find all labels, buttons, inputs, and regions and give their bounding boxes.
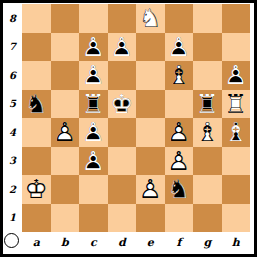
black-king: ♚ xyxy=(108,90,137,119)
white-knight: ♞ xyxy=(136,4,165,33)
square-a7[interactable] xyxy=(22,33,51,62)
black-king-outline: ♔ xyxy=(108,90,137,119)
square-c6[interactable]: ♟♙ xyxy=(79,61,108,90)
rank-label-6: 6 xyxy=(3,61,22,90)
black-pawn: ♟ xyxy=(79,118,108,147)
square-b4[interactable]: ♟♙ xyxy=(51,118,80,147)
white-bishop: ♝ xyxy=(165,61,194,90)
rank-label-2: 2 xyxy=(3,175,22,204)
square-h5[interactable]: ♜♖ xyxy=(222,90,251,119)
file-label-f: f xyxy=(165,232,194,252)
square-b6[interactable] xyxy=(51,61,80,90)
square-h2[interactable] xyxy=(222,175,251,204)
square-g3[interactable] xyxy=(193,147,222,176)
square-f3[interactable]: ♟♙ xyxy=(165,147,194,176)
square-h4[interactable]: ♝♗ xyxy=(222,118,251,147)
square-c2[interactable] xyxy=(79,175,108,204)
black-rook-outline: ♖ xyxy=(79,90,108,119)
square-b1[interactable] xyxy=(51,204,80,233)
black-bishop-outline: ♗ xyxy=(222,118,251,147)
square-d2[interactable] xyxy=(108,175,137,204)
file-label-d: d xyxy=(108,232,137,252)
square-g4[interactable]: ♝♗ xyxy=(193,118,222,147)
white-knight-outline: ♘ xyxy=(136,4,165,33)
square-h7[interactable] xyxy=(222,33,251,62)
square-b8[interactable] xyxy=(51,4,80,33)
file-label-e: e xyxy=(136,232,165,252)
file-label-b: b xyxy=(51,232,80,252)
file-labels: abcdefgh xyxy=(22,232,250,252)
black-rook: ♜ xyxy=(193,90,222,119)
white-pawn: ♟ xyxy=(165,118,194,147)
white-pawn-outline: ♙ xyxy=(51,118,80,147)
square-a3[interactable] xyxy=(22,147,51,176)
black-pawn: ♟ xyxy=(222,61,251,90)
square-c3[interactable]: ♟♙ xyxy=(79,147,108,176)
rank-label-7: 7 xyxy=(3,33,22,62)
white-pawn: ♟ xyxy=(136,175,165,204)
white-pawn: ♟ xyxy=(165,147,194,176)
file-label-g: g xyxy=(193,232,222,252)
square-f1[interactable] xyxy=(165,204,194,233)
square-h3[interactable] xyxy=(222,147,251,176)
white-pawn: ♟ xyxy=(51,118,80,147)
black-pawn: ♟ xyxy=(79,147,108,176)
white-bishop-outline: ♗ xyxy=(165,61,194,90)
black-knight-outline: ♘ xyxy=(22,90,51,119)
white-pawn-outline: ♙ xyxy=(165,147,194,176)
rank-label-8: 8 xyxy=(3,4,22,33)
file-label-c: c xyxy=(79,232,108,252)
square-c7[interactable]: ♟♙ xyxy=(79,33,108,62)
square-e6[interactable] xyxy=(136,61,165,90)
square-g6[interactable] xyxy=(193,61,222,90)
square-d4[interactable] xyxy=(108,118,137,147)
white-to-move-indicator xyxy=(4,233,19,248)
black-knight: ♞ xyxy=(22,90,51,119)
square-e5[interactable] xyxy=(136,90,165,119)
square-f4[interactable]: ♟♙ xyxy=(165,118,194,147)
black-pawn: ♟ xyxy=(79,33,108,62)
square-b5[interactable] xyxy=(51,90,80,119)
square-g7[interactable] xyxy=(193,33,222,62)
rank-label-5: 5 xyxy=(3,90,22,119)
white-pawn-outline: ♙ xyxy=(136,175,165,204)
square-d5[interactable]: ♚♔ xyxy=(108,90,137,119)
white-bishop: ♝ xyxy=(193,118,222,147)
square-f5[interactable] xyxy=(165,90,194,119)
square-a2[interactable]: ♚♔ xyxy=(22,175,51,204)
black-pawn-outline: ♙ xyxy=(79,61,108,90)
black-pawn-outline: ♙ xyxy=(222,61,251,90)
square-a4[interactable] xyxy=(22,118,51,147)
square-g5[interactable]: ♜♖ xyxy=(193,90,222,119)
black-pawn-outline: ♙ xyxy=(165,33,194,62)
black-rook: ♜ xyxy=(79,90,108,119)
file-label-h: h xyxy=(222,232,251,252)
black-pawn: ♟ xyxy=(79,61,108,90)
rank-label-3: 3 xyxy=(3,147,22,176)
square-e8[interactable]: ♞♘ xyxy=(136,4,165,33)
black-pawn-outline: ♙ xyxy=(108,33,137,62)
square-d3[interactable] xyxy=(108,147,137,176)
square-a1[interactable] xyxy=(22,204,51,233)
square-b3[interactable] xyxy=(51,147,80,176)
black-pawn-outline: ♙ xyxy=(79,33,108,62)
chess-board[interactable]: ♞♘♟♙♟♙♟♙♟♙♝♗♟♙♞♘♜♖♚♔♜♖♜♖♟♙♟♙♟♙♝♗♝♗♟♙♟♙♚♔… xyxy=(22,4,250,232)
square-f6[interactable]: ♝♗ xyxy=(165,61,194,90)
square-f7[interactable]: ♟♙ xyxy=(165,33,194,62)
square-g2[interactable] xyxy=(193,175,222,204)
square-e7[interactable] xyxy=(136,33,165,62)
square-h1[interactable] xyxy=(222,204,251,233)
square-c8[interactable] xyxy=(79,4,108,33)
square-e2[interactable]: ♟♙ xyxy=(136,175,165,204)
square-c5[interactable]: ♜♖ xyxy=(79,90,108,119)
square-h6[interactable]: ♟♙ xyxy=(222,61,251,90)
square-e3[interactable] xyxy=(136,147,165,176)
square-d1[interactable] xyxy=(108,204,137,233)
white-bishop-outline: ♗ xyxy=(193,118,222,147)
square-g8[interactable] xyxy=(193,4,222,33)
black-knight-outline: ♘ xyxy=(165,175,194,204)
square-g1[interactable] xyxy=(193,204,222,233)
white-pawn-outline: ♙ xyxy=(165,118,194,147)
square-f2[interactable]: ♞♘ xyxy=(165,175,194,204)
rank-labels: 87654321 xyxy=(3,4,22,232)
square-d7[interactable]: ♟♙ xyxy=(108,33,137,62)
square-e4[interactable] xyxy=(136,118,165,147)
square-b7[interactable] xyxy=(51,33,80,62)
square-b2[interactable] xyxy=(51,175,80,204)
white-rook-outline: ♖ xyxy=(222,90,251,119)
white-king: ♚ xyxy=(22,175,51,204)
file-label-a: a xyxy=(22,232,51,252)
black-knight: ♞ xyxy=(165,175,194,204)
square-f8[interactable] xyxy=(165,4,194,33)
black-rook-outline: ♖ xyxy=(193,90,222,119)
black-pawn: ♟ xyxy=(108,33,137,62)
square-a8[interactable] xyxy=(22,4,51,33)
rank-label-1: 1 xyxy=(3,204,22,233)
square-c1[interactable] xyxy=(79,204,108,233)
square-a6[interactable] xyxy=(22,61,51,90)
black-pawn-outline: ♙ xyxy=(79,147,108,176)
black-pawn-outline: ♙ xyxy=(79,118,108,147)
white-rook: ♜ xyxy=(222,90,251,119)
black-pawn: ♟ xyxy=(165,33,194,62)
square-h8[interactable] xyxy=(222,4,251,33)
white-king-outline: ♔ xyxy=(22,175,51,204)
chess-diagram: 87654321 ♞♘♟♙♟♙♟♙♟♙♝♗♟♙♞♘♜♖♚♔♜♖♜♖♟♙♟♙♟♙♝… xyxy=(0,0,257,257)
square-a5[interactable]: ♞♘ xyxy=(22,90,51,119)
black-bishop: ♝ xyxy=(222,118,251,147)
rank-label-4: 4 xyxy=(3,118,22,147)
square-d8[interactable] xyxy=(108,4,137,33)
square-e1[interactable] xyxy=(136,204,165,233)
square-d6[interactable] xyxy=(108,61,137,90)
square-c4[interactable]: ♟♙ xyxy=(79,118,108,147)
